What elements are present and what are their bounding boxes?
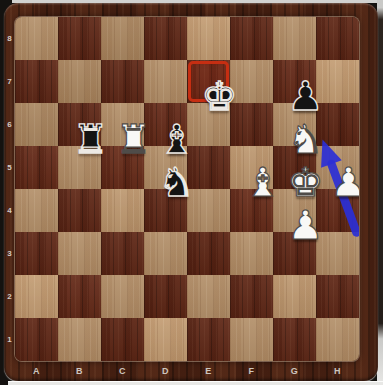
piece-white-bishop-f5[interactable]: ♝ (241, 160, 284, 203)
rank-label-4: 4 (4, 189, 15, 232)
piece-black-rook-b6[interactable]: ♜ (69, 117, 112, 160)
piece-white-pawn-h5[interactable]: ♟ (327, 160, 359, 203)
rank-label-6: 6 (4, 103, 15, 146)
chess-board: ♚♟♜♜♝♞♞♝♚♟♟ 87654321 ABCDEFGH (4, 3, 378, 381)
piece-white-king-g5[interactable]: ♚ (284, 160, 327, 203)
piece-white-rook-c6[interactable]: ♜ (112, 117, 155, 160)
file-label-d: D (144, 361, 187, 381)
rank-label-2: 2 (4, 275, 15, 318)
file-label-c: C (101, 361, 144, 381)
rank-label-5: 5 (4, 146, 15, 189)
file-label-e: E (187, 361, 230, 381)
pieces-layer: ♚♟♜♜♝♞♞♝♚♟♟ (26, 31, 359, 361)
file-label-h: H (316, 361, 359, 381)
file-label-a: A (15, 361, 58, 381)
file-label-g: G (273, 361, 316, 381)
piece-black-pawn-g7[interactable]: ♟ (284, 74, 327, 117)
board-squares-area: ♚♟♜♜♝♞♞♝♚♟♟ (15, 17, 359, 361)
rank-label-8: 8 (4, 17, 15, 60)
page-bottom-edge (8, 381, 383, 385)
piece-white-knight-g6[interactable]: ♞ (284, 117, 327, 160)
rank-label-7: 7 (4, 60, 15, 103)
rank-label-3: 3 (4, 232, 15, 275)
file-label-b: B (58, 361, 101, 381)
piece-black-bishop-d6[interactable]: ♝ (155, 117, 198, 160)
piece-black-king-e7[interactable]: ♚ (198, 74, 241, 117)
piece-black-knight-d5[interactable]: ♞ (155, 160, 198, 203)
rank-label-1: 1 (4, 318, 15, 361)
piece-white-pawn-g4[interactable]: ♟ (284, 203, 327, 246)
file-label-f: F (230, 361, 273, 381)
